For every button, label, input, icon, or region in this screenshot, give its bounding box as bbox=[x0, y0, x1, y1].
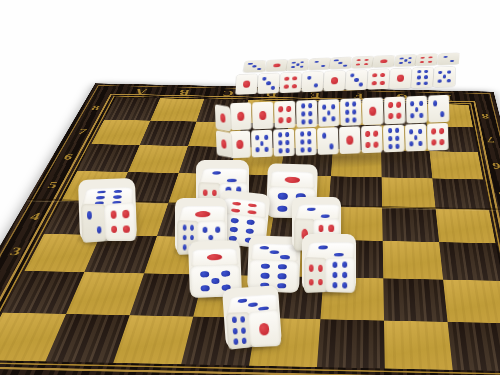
pip-blue bbox=[396, 144, 400, 149]
pip-blue bbox=[343, 64, 347, 66]
pip-blue bbox=[248, 302, 258, 306]
pip-blue bbox=[424, 75, 428, 78]
pip-blue bbox=[321, 214, 330, 218]
pip-blue bbox=[338, 62, 342, 64]
pip-red bbox=[369, 107, 376, 116]
pip-blue bbox=[215, 227, 220, 233]
pip-blue bbox=[278, 264, 287, 270]
pip-red bbox=[258, 322, 269, 335]
stack-die-face bbox=[433, 67, 455, 88]
pip-blue bbox=[308, 139, 312, 144]
stack-die-face bbox=[257, 73, 279, 94]
pip-blue bbox=[241, 316, 245, 322]
pip-blue bbox=[440, 111, 444, 117]
pip-red bbox=[429, 56, 433, 58]
stack-die-face bbox=[339, 126, 361, 154]
stack-die-face bbox=[340, 98, 361, 126]
die-face-left bbox=[81, 204, 107, 243]
square-b8 bbox=[150, 98, 204, 121]
pip-red bbox=[279, 117, 283, 123]
pip-red bbox=[272, 63, 279, 67]
pip-blue bbox=[308, 147, 312, 152]
pip-blue bbox=[309, 111, 313, 116]
square-h3 bbox=[439, 242, 500, 281]
pip-blue bbox=[87, 212, 92, 220]
stack-die-face bbox=[411, 67, 433, 88]
stack-die-face bbox=[345, 70, 367, 91]
pip-blue bbox=[246, 228, 255, 234]
pip-blue bbox=[345, 110, 349, 115]
pip-red bbox=[232, 202, 241, 206]
pip-red bbox=[331, 77, 338, 84]
pip-red bbox=[380, 73, 384, 77]
pip-red bbox=[421, 56, 425, 58]
pip-blue bbox=[352, 102, 356, 107]
pip-red bbox=[293, 76, 297, 80]
pip-red bbox=[420, 61, 425, 63]
pip-red bbox=[292, 84, 296, 88]
pip-blue bbox=[419, 101, 423, 106]
pip-blue bbox=[237, 299, 247, 303]
pip-blue bbox=[300, 140, 304, 145]
pip-blue bbox=[433, 101, 437, 107]
pip-blue bbox=[447, 70, 451, 73]
pip-red bbox=[374, 131, 378, 137]
pip-blue bbox=[342, 262, 347, 268]
die-i[interactable] bbox=[222, 285, 282, 349]
pip-red bbox=[372, 81, 377, 85]
pip-blue bbox=[271, 86, 275, 90]
pip-blue bbox=[230, 218, 239, 224]
stack-die-face bbox=[279, 73, 301, 94]
pip-red bbox=[220, 113, 225, 123]
pip-red bbox=[287, 117, 291, 123]
square-h1 bbox=[448, 322, 500, 371]
pip-blue bbox=[396, 136, 400, 141]
pip-blue bbox=[278, 193, 288, 199]
pip-blue bbox=[252, 65, 256, 67]
pip-blue bbox=[300, 61, 304, 63]
pip-blue bbox=[183, 235, 187, 241]
pip-blue bbox=[388, 128, 392, 133]
square-h5 bbox=[432, 178, 489, 209]
pip-blue bbox=[322, 105, 326, 110]
pip-blue bbox=[345, 118, 349, 123]
pip-red bbox=[285, 177, 300, 183]
stack-die-face bbox=[405, 124, 427, 152]
pip-red bbox=[431, 129, 435, 135]
pip-red bbox=[212, 190, 216, 197]
pip-blue bbox=[286, 140, 290, 145]
pip-red bbox=[373, 73, 377, 77]
pip-blue bbox=[277, 283, 286, 289]
pip-blue bbox=[308, 103, 312, 108]
pip-red bbox=[366, 142, 370, 148]
stack-die-face bbox=[406, 96, 427, 124]
pip-blue bbox=[301, 112, 305, 117]
pip-blue bbox=[300, 132, 304, 137]
pip-blue bbox=[415, 107, 419, 112]
square-f1 bbox=[317, 319, 385, 368]
square-h4 bbox=[436, 209, 496, 244]
pip-red bbox=[329, 225, 335, 232]
pip-blue bbox=[256, 135, 260, 140]
pip-red bbox=[207, 254, 223, 261]
square-g4 bbox=[382, 207, 439, 242]
stack-die-face bbox=[296, 100, 317, 128]
pip-blue bbox=[229, 227, 238, 233]
pip-blue bbox=[408, 57, 412, 59]
pip-red bbox=[279, 107, 283, 113]
pip-blue bbox=[247, 219, 256, 225]
pip-red bbox=[364, 63, 368, 65]
pip-blue bbox=[114, 190, 122, 193]
pip-red bbox=[356, 59, 360, 61]
pip-blue bbox=[96, 227, 101, 235]
pip-blue bbox=[353, 117, 357, 122]
stack-die-face bbox=[235, 74, 257, 95]
pip-red bbox=[428, 61, 432, 63]
pip-blue bbox=[211, 278, 220, 284]
pip-blue bbox=[278, 140, 282, 145]
die-face-right bbox=[248, 309, 282, 348]
pip-blue bbox=[331, 116, 335, 121]
pip-red bbox=[380, 59, 387, 63]
pip-blue bbox=[424, 81, 428, 85]
pip-blue bbox=[388, 136, 392, 141]
pip-blue bbox=[332, 282, 337, 288]
rank-label-right-8: 8 bbox=[471, 105, 500, 128]
pip-blue bbox=[399, 57, 403, 59]
pip-red bbox=[243, 81, 250, 88]
pip-red bbox=[122, 210, 129, 218]
square-g1 bbox=[384, 321, 453, 370]
square-h2 bbox=[443, 280, 500, 324]
pip-blue bbox=[307, 132, 311, 137]
pip-red bbox=[287, 106, 291, 112]
pip-blue bbox=[209, 235, 214, 241]
stack-die-face bbox=[384, 97, 405, 125]
pip-red bbox=[397, 75, 404, 82]
pip-red bbox=[396, 102, 400, 108]
pip-blue bbox=[314, 83, 318, 87]
pip-blue bbox=[417, 70, 421, 73]
pip-blue bbox=[232, 317, 237, 323]
pip-blue bbox=[260, 141, 264, 146]
pip-blue bbox=[190, 225, 194, 231]
pip-blue bbox=[292, 61, 296, 63]
photo-canvas: ABCDEFGH8765432187654321 bbox=[0, 0, 500, 375]
pip-red bbox=[203, 190, 208, 197]
pip-blue bbox=[212, 171, 222, 174]
pip-blue bbox=[260, 246, 269, 250]
pip-blue bbox=[334, 253, 344, 257]
pip-blue bbox=[96, 196, 105, 200]
pip-blue bbox=[342, 272, 347, 278]
pip-blue bbox=[183, 244, 187, 250]
die-h[interactable] bbox=[302, 234, 356, 292]
pip-blue bbox=[201, 286, 210, 292]
rank-label-right-6: 6 bbox=[480, 152, 500, 180]
die-face-left bbox=[304, 257, 327, 293]
pip-blue bbox=[261, 264, 270, 270]
pip-red bbox=[380, 81, 384, 85]
stack-die-face bbox=[367, 69, 389, 90]
pip-red bbox=[319, 225, 324, 231]
pip-red bbox=[122, 226, 129, 234]
pip-blue bbox=[97, 190, 106, 193]
pip-blue bbox=[234, 338, 239, 345]
pip-blue bbox=[407, 62, 411, 64]
pip-blue bbox=[300, 66, 304, 68]
pip-blue bbox=[354, 78, 358, 82]
pip-blue bbox=[442, 56, 446, 58]
pip-blue bbox=[278, 273, 287, 279]
pip-red bbox=[237, 112, 244, 121]
pip-blue bbox=[277, 205, 287, 211]
pip-blue bbox=[417, 76, 421, 79]
pip-blue bbox=[332, 272, 337, 278]
pip-blue bbox=[291, 66, 295, 68]
file-label-b: B bbox=[161, 87, 209, 98]
stack-die-face bbox=[428, 95, 449, 123]
pip-red bbox=[231, 208, 240, 212]
pip-blue bbox=[345, 102, 349, 107]
pip-blue bbox=[233, 327, 238, 334]
square-g5 bbox=[382, 177, 436, 208]
pip-blue bbox=[279, 148, 283, 153]
pip-blue bbox=[438, 71, 442, 74]
pip-blue bbox=[256, 147, 260, 152]
pip-blue bbox=[264, 135, 268, 140]
pip-red bbox=[364, 59, 368, 61]
pip-blue bbox=[419, 113, 423, 118]
die-face-right bbox=[325, 257, 355, 293]
pip-blue bbox=[190, 235, 194, 241]
pip-blue bbox=[332, 262, 337, 268]
pip-red bbox=[221, 139, 226, 149]
square-g2 bbox=[383, 278, 447, 322]
pip-blue bbox=[320, 65, 324, 67]
pip-blue bbox=[389, 144, 393, 149]
pip-blue bbox=[266, 81, 270, 85]
pip-blue bbox=[447, 79, 451, 83]
file-label-a: A bbox=[117, 86, 166, 97]
pip-blue bbox=[342, 282, 347, 288]
pip-red bbox=[259, 111, 266, 120]
pip-blue bbox=[262, 77, 266, 81]
stack-die-face bbox=[301, 72, 323, 93]
pip-blue bbox=[318, 246, 328, 249]
pip-blue bbox=[409, 129, 413, 134]
stack-die-face bbox=[383, 125, 405, 153]
pip-red bbox=[440, 139, 444, 145]
stack-die-face bbox=[295, 128, 317, 156]
pip-blue bbox=[359, 82, 363, 86]
pip-blue bbox=[438, 79, 442, 83]
pip-red bbox=[285, 77, 289, 81]
pip-blue bbox=[443, 75, 447, 78]
rank-label-right-7: 7 bbox=[476, 127, 500, 152]
pip-blue bbox=[449, 60, 453, 62]
pip-blue bbox=[322, 133, 326, 139]
pip-blue bbox=[418, 141, 422, 146]
stack-die-face bbox=[323, 71, 345, 92]
pip-blue bbox=[296, 64, 300, 66]
stack-die-face bbox=[274, 101, 295, 129]
pip-blue bbox=[411, 113, 415, 118]
pip-red bbox=[439, 128, 443, 134]
pip-blue bbox=[301, 147, 305, 152]
pip-blue bbox=[241, 327, 245, 333]
pip-blue bbox=[265, 147, 269, 152]
pip-blue bbox=[280, 255, 289, 259]
pip-red bbox=[309, 278, 314, 285]
pip-blue bbox=[414, 135, 418, 140]
pip-red bbox=[374, 142, 378, 148]
square-g3 bbox=[383, 241, 443, 280]
pip-blue bbox=[242, 337, 246, 344]
stack-die-face bbox=[427, 123, 449, 151]
pip-blue bbox=[113, 195, 122, 199]
pip-blue bbox=[314, 61, 318, 63]
pip-blue bbox=[331, 104, 335, 109]
pip-blue bbox=[418, 129, 422, 134]
pip-red bbox=[356, 63, 361, 65]
pip-blue bbox=[278, 133, 282, 138]
stack-die-face bbox=[251, 130, 273, 158]
stack-die-face bbox=[229, 130, 251, 158]
square-b7 bbox=[140, 121, 197, 146]
pip-blue bbox=[410, 141, 414, 146]
stack-die-face bbox=[317, 127, 339, 155]
stack-die-face bbox=[361, 125, 383, 153]
pip-blue bbox=[323, 117, 327, 122]
pip-blue bbox=[301, 119, 305, 124]
pip-blue bbox=[395, 128, 399, 133]
dice-stack[interactable] bbox=[226, 50, 455, 163]
pip-blue bbox=[221, 271, 230, 277]
pip-red bbox=[248, 210, 257, 214]
stack-die-face bbox=[215, 104, 231, 132]
pip-blue bbox=[350, 73, 354, 77]
pip-red bbox=[397, 113, 401, 119]
pip-red bbox=[110, 211, 116, 219]
pip-red bbox=[309, 264, 314, 271]
pip-red bbox=[389, 113, 393, 119]
pip-blue bbox=[352, 110, 356, 115]
stack-die-face bbox=[318, 99, 339, 127]
pip-red bbox=[389, 102, 393, 108]
stack-die-face bbox=[362, 97, 383, 125]
pip-red bbox=[110, 226, 116, 234]
stack-die-face bbox=[230, 102, 251, 130]
stack-die-face bbox=[216, 130, 232, 158]
pip-blue bbox=[183, 225, 187, 231]
pip-blue bbox=[309, 119, 313, 124]
stack-die-face bbox=[389, 68, 411, 89]
pip-red bbox=[194, 211, 211, 217]
pip-red bbox=[236, 140, 243, 149]
pip-red bbox=[318, 278, 323, 285]
pip-blue bbox=[301, 104, 305, 109]
die-lone-left[interactable] bbox=[78, 178, 137, 242]
pip-blue bbox=[203, 227, 208, 233]
pip-blue bbox=[424, 70, 428, 73]
pip-blue bbox=[398, 62, 402, 64]
pip-red bbox=[318, 264, 323, 271]
pip-red bbox=[432, 140, 436, 146]
pip-blue bbox=[261, 273, 270, 279]
pip-blue bbox=[270, 250, 279, 254]
pip-blue bbox=[410, 101, 414, 106]
stack-die-face bbox=[252, 102, 273, 130]
pip-red bbox=[346, 135, 353, 144]
pip-blue bbox=[286, 148, 290, 153]
pip-blue bbox=[403, 59, 407, 61]
stack-die-face bbox=[273, 129, 295, 157]
pip-blue bbox=[330, 143, 334, 149]
die-face-right bbox=[103, 202, 136, 241]
pip-red bbox=[248, 203, 257, 207]
pip-blue bbox=[307, 208, 316, 211]
pip-blue bbox=[327, 111, 331, 116]
pip-blue bbox=[257, 68, 261, 70]
pip-blue bbox=[307, 76, 311, 80]
pip-blue bbox=[285, 132, 289, 137]
pip-blue bbox=[417, 82, 421, 86]
pip-blue bbox=[200, 272, 209, 278]
stack-left-end bbox=[215, 105, 232, 157]
pip-red bbox=[366, 131, 370, 137]
pip-red bbox=[284, 84, 289, 88]
